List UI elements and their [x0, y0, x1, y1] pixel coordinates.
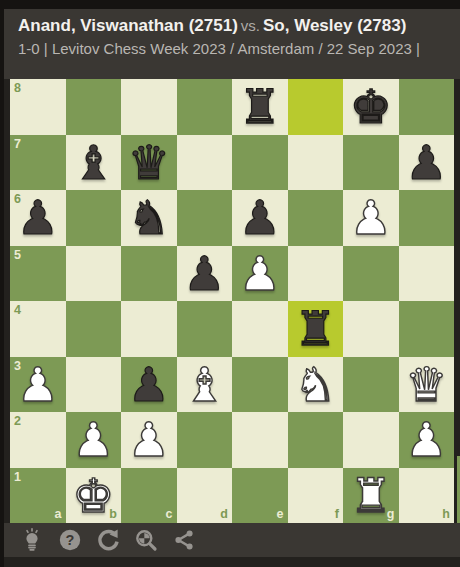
piece-white-king[interactable]: ♚ [66, 468, 122, 524]
vs-label: vs. [238, 17, 263, 34]
rank-label-4: 4 [14, 304, 21, 317]
analyze-magnifier-icon [134, 528, 158, 552]
game-info-line: 1-0 | Levitov Chess Week 2023 / Amsterda… [18, 40, 460, 57]
square-c5[interactable] [121, 246, 177, 302]
piece-black-pawn[interactable]: ♟ [121, 357, 177, 413]
square-d1[interactable]: d [177, 468, 233, 524]
square-a4[interactable]: 4 [10, 301, 66, 357]
square-e2[interactable] [232, 412, 288, 468]
help-icon: ? [58, 528, 82, 552]
square-g7[interactable] [343, 135, 399, 191]
square-h5[interactable] [399, 246, 455, 302]
piece-white-pawn[interactable]: ♟ [343, 190, 399, 246]
piece-black-knight[interactable]: ♞ [121, 190, 177, 246]
square-e5[interactable]: ♟ [232, 246, 288, 302]
piece-black-pawn[interactable]: ♟ [10, 190, 66, 246]
square-f7[interactable] [288, 135, 344, 191]
piece-white-pawn[interactable]: ♟ [10, 357, 66, 413]
piece-white-queen[interactable]: ♛ [399, 357, 455, 413]
square-h3[interactable]: ♛ [399, 357, 455, 413]
chess-board[interactable]: 8♜♚7♝♛♟6♟♞♟♟5♟♟4♜3♟♟♝♞♛2♟♟♟1ab♚cdefg♜h [10, 79, 454, 523]
square-b3[interactable] [66, 357, 122, 413]
square-h7[interactable]: ♟ [399, 135, 455, 191]
piece-white-bishop[interactable]: ♝ [177, 357, 233, 413]
square-c8[interactable] [121, 79, 177, 135]
rank-label-7: 7 [14, 138, 21, 151]
square-h8[interactable] [399, 79, 455, 135]
square-f3[interactable]: ♞ [288, 357, 344, 413]
square-d7[interactable] [177, 135, 233, 191]
retry-button[interactable] [95, 528, 120, 553]
rank-label-5: 5 [14, 249, 21, 262]
square-c3[interactable]: ♟ [121, 357, 177, 413]
square-a5[interactable]: 5 [10, 246, 66, 302]
square-c2[interactable]: ♟ [121, 412, 177, 468]
square-b1[interactable]: b♚ [66, 468, 122, 524]
black-player-name: So, Wesley (2783) [263, 16, 406, 35]
rank-label-1: 1 [14, 471, 21, 484]
square-e6[interactable]: ♟ [232, 190, 288, 246]
square-g4[interactable] [343, 301, 399, 357]
square-f6[interactable] [288, 190, 344, 246]
puzzle-toolbar: ? [4, 523, 460, 557]
hint-button[interactable] [19, 528, 44, 553]
square-g6[interactable]: ♟ [343, 190, 399, 246]
square-f5[interactable] [288, 246, 344, 302]
file-label-f: f [335, 508, 339, 521]
analyze-button[interactable] [133, 528, 158, 553]
file-label-e: e [277, 508, 284, 521]
rank-label-8: 8 [14, 82, 21, 95]
file-label-h: h [442, 508, 450, 521]
square-b2[interactable]: ♟ [66, 412, 122, 468]
square-f2[interactable] [288, 412, 344, 468]
square-b8[interactable] [66, 79, 122, 135]
share-button[interactable] [171, 528, 196, 553]
file-label-a: a [55, 508, 62, 521]
square-h6[interactable] [399, 190, 455, 246]
square-d4[interactable] [177, 301, 233, 357]
piece-black-bishop[interactable]: ♝ [66, 135, 122, 191]
square-a7[interactable]: 7 [10, 135, 66, 191]
piece-black-rook[interactable]: ♜ [232, 79, 288, 135]
square-g3[interactable] [343, 357, 399, 413]
help-button[interactable]: ? [57, 528, 82, 553]
square-h2[interactable]: ♟ [399, 412, 455, 468]
square-a2[interactable]: 2 [10, 412, 66, 468]
square-d8[interactable] [177, 79, 233, 135]
piece-white-pawn[interactable]: ♟ [66, 412, 122, 468]
piece-black-pawn[interactable]: ♟ [232, 190, 288, 246]
piece-black-rook[interactable]: ♜ [288, 301, 344, 357]
piece-white-pawn[interactable]: ♟ [121, 412, 177, 468]
square-e7[interactable] [232, 135, 288, 191]
square-a1[interactable]: 1a [10, 468, 66, 524]
svg-text:?: ? [65, 532, 74, 548]
piece-white-rook[interactable]: ♜ [343, 468, 399, 524]
file-label-d: d [220, 508, 228, 521]
square-e1[interactable]: e [232, 468, 288, 524]
square-b7[interactable]: ♝ [66, 135, 122, 191]
square-f8[interactable] [288, 79, 344, 135]
window-top-border [0, 0, 460, 9]
square-f4[interactable]: ♜ [288, 301, 344, 357]
file-label-c: c [166, 508, 173, 521]
rank-label-2: 2 [14, 415, 21, 428]
square-d3[interactable]: ♝ [177, 357, 233, 413]
players-title: Anand, Viswanathan (2751)vs.So, Wesley (… [18, 16, 460, 36]
piece-white-knight[interactable]: ♞ [288, 357, 344, 413]
white-player-name: Anand, Viswanathan (2751) [18, 16, 238, 35]
square-c7[interactable]: ♛ [121, 135, 177, 191]
square-e8[interactable]: ♜ [232, 79, 288, 135]
square-g8[interactable]: ♚ [343, 79, 399, 135]
square-e3[interactable] [232, 357, 288, 413]
square-b5[interactable] [66, 246, 122, 302]
square-c1[interactable]: c [121, 468, 177, 524]
hint-lightbulb-icon [20, 528, 44, 552]
square-c4[interactable] [121, 301, 177, 357]
square-g5[interactable] [343, 246, 399, 302]
square-a3[interactable]: 3♟ [10, 357, 66, 413]
square-d5[interactable]: ♟ [177, 246, 233, 302]
square-h1[interactable]: h [399, 468, 455, 524]
square-f1[interactable]: f [288, 468, 344, 524]
square-g1[interactable]: g♜ [343, 468, 399, 524]
square-b4[interactable] [66, 301, 122, 357]
square-a8[interactable]: 8 [10, 79, 66, 135]
square-d2[interactable] [177, 412, 233, 468]
piece-white-pawn[interactable]: ♟ [232, 246, 288, 302]
square-a6[interactable]: 6♟ [10, 190, 66, 246]
game-header: Anand, Viswanathan (2751)vs.So, Wesley (… [4, 9, 460, 79]
piece-black-pawn[interactable]: ♟ [177, 246, 233, 302]
window-left-border [0, 0, 4, 567]
piece-white-pawn[interactable]: ♟ [399, 412, 455, 468]
piece-black-pawn[interactable]: ♟ [399, 135, 455, 191]
square-b6[interactable] [66, 190, 122, 246]
piece-black-king[interactable]: ♚ [343, 79, 399, 135]
square-c6[interactable]: ♞ [121, 190, 177, 246]
square-g2[interactable] [343, 412, 399, 468]
retry-refresh-icon [96, 528, 120, 552]
square-h4[interactable] [399, 301, 455, 357]
share-icon [172, 528, 196, 552]
piece-black-queen[interactable]: ♛ [121, 135, 177, 191]
square-d6[interactable] [177, 190, 233, 246]
square-e4[interactable] [232, 301, 288, 357]
